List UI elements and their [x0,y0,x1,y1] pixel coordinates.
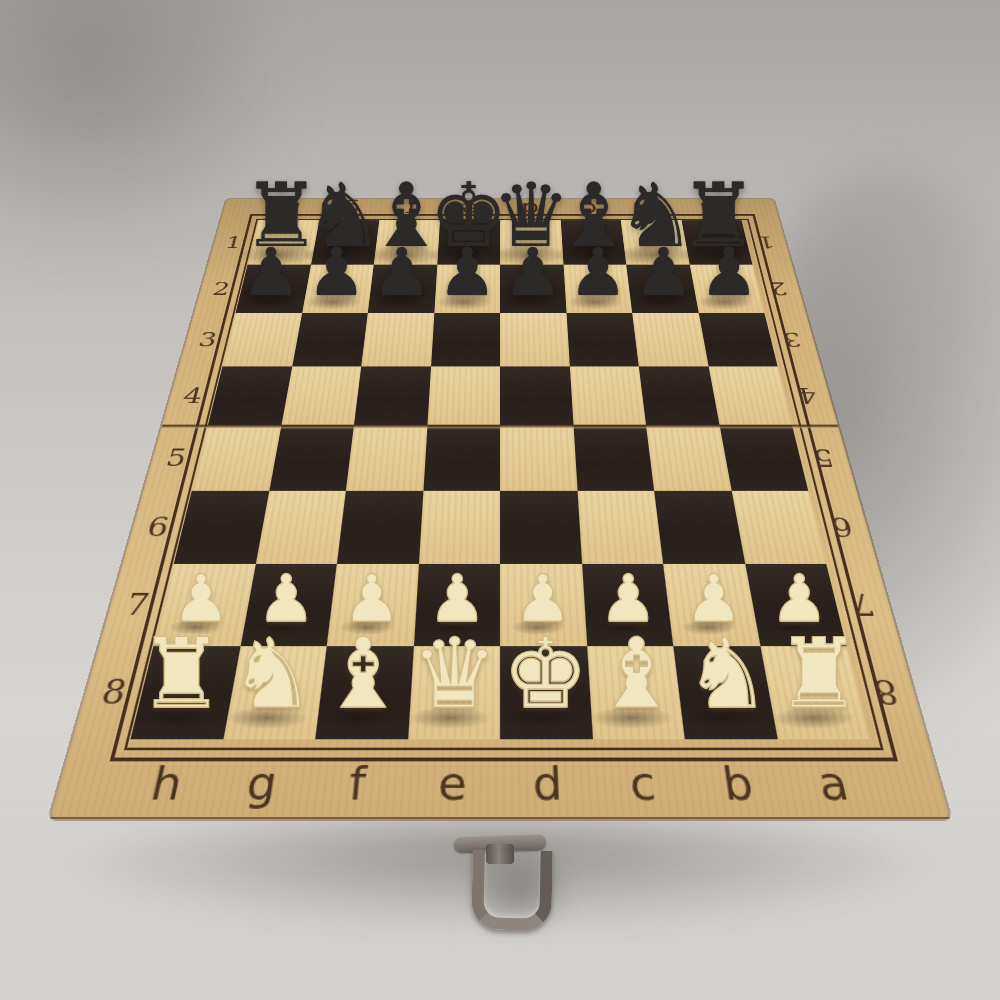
file-label-bottom-e: e [437,757,467,810]
file-label-bottom-f: f [347,757,368,810]
file-label-top-e: e [461,199,480,220]
square-c6 [577,491,663,564]
product-photo: 1234567812345678hgfedcbahgfedcba ♜♞♝♚♛♝♞… [0,0,1000,1000]
square-e5 [423,425,500,490]
square-g5 [269,425,354,490]
file-label-bottom-a: a [813,757,853,810]
square-b4 [639,366,719,425]
square-a4 [708,366,792,425]
square-f2 [368,265,437,314]
square-c2 [563,265,632,314]
square-d5 [500,425,577,490]
square-e1 [437,220,500,264]
square-g4 [281,366,361,425]
square-b5 [646,425,731,490]
square-h5 [192,425,281,490]
folding-hinge-seam [161,425,838,429]
square-d1 [500,220,563,264]
square-c4 [569,366,646,425]
square-h6 [174,491,269,564]
square-e8 [408,646,500,739]
square-b2 [626,265,698,314]
square-g3 [292,313,368,366]
square-c1 [560,220,626,264]
rank-label-right-1: 1 [756,233,777,252]
file-label-bottom-g: g [243,757,281,810]
square-d4 [500,366,573,425]
square-g2 [302,265,374,314]
square-h3 [222,313,301,366]
square-g1 [311,220,380,264]
square-h4 [208,366,292,425]
file-label-top-c: c [581,199,599,220]
file-label-top-f: f [404,199,416,220]
file-label-bottom-h: h [146,757,187,810]
square-e6 [418,491,500,564]
square-b1 [621,220,690,264]
square-e2 [434,265,500,314]
square-f1 [374,220,440,264]
square-g6 [255,491,346,564]
square-d6 [500,491,582,564]
square-c5 [573,425,654,490]
square-f4 [354,366,431,425]
square-c3 [566,313,639,366]
square-b3 [632,313,708,366]
file-label-bottom-d: d [532,757,563,810]
square-g8 [223,646,327,739]
square-d3 [500,313,569,366]
file-label-top-h: h [279,199,302,220]
square-f6 [337,491,423,564]
square-e7 [413,564,500,646]
square-c8 [587,646,685,739]
file-label-top-d: d [520,199,539,220]
square-b7 [663,564,760,646]
square-b6 [654,491,745,564]
square-g7 [240,564,337,646]
file-label-top-g: g [340,199,362,220]
square-a3 [698,313,777,366]
square-d8 [500,646,592,739]
square-e4 [427,366,500,425]
square-h2 [236,265,311,314]
file-label-bottom-c: c [628,757,658,810]
clasp-loop [471,849,552,930]
square-f3 [361,313,434,366]
file-label-top-b: b [638,199,660,220]
file-label-top-a: a [698,199,720,220]
square-f8 [315,646,413,739]
square-e3 [431,313,500,366]
chess-board: 1234567812345678hgfedcbahgfedcba [50,199,950,818]
square-a2 [689,265,764,314]
board-squares [130,220,869,739]
square-c7 [582,564,674,646]
square-f7 [327,564,419,646]
square-a1 [681,220,752,264]
square-h1 [248,220,319,264]
square-d7 [500,564,587,646]
file-label-bottom-b: b [719,757,757,810]
square-f5 [346,425,427,490]
square-d2 [500,265,566,314]
